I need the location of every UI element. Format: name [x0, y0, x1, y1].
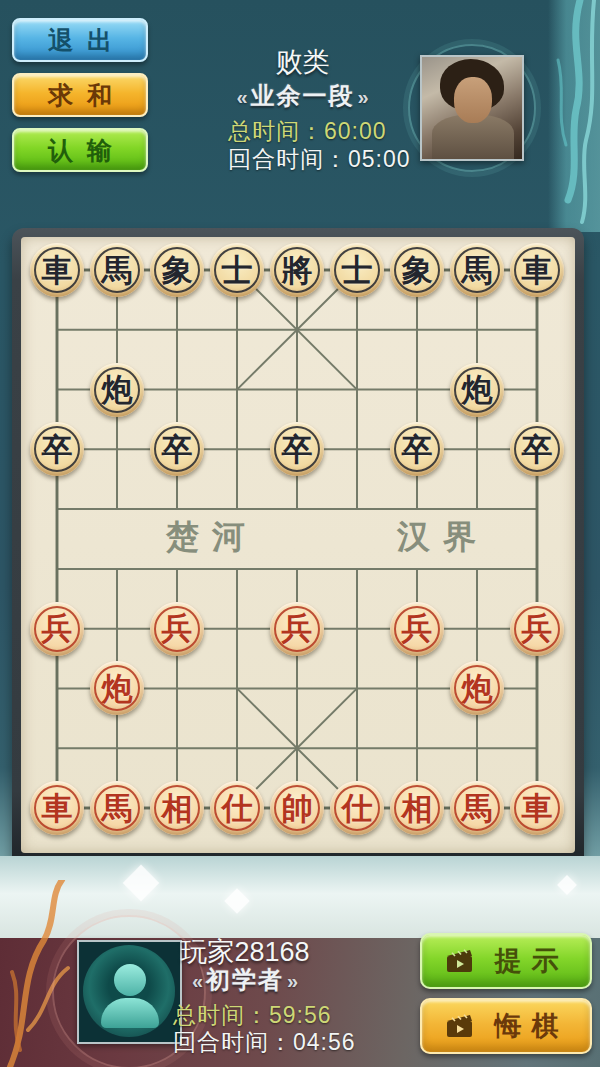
opponent-turn-time-value: 05:00: [348, 146, 411, 172]
piece-red-車[interactable]: 車: [510, 781, 564, 835]
piece-red-仕[interactable]: 仕: [330, 781, 384, 835]
player-turn-time-label: 回合时间：: [173, 1029, 293, 1055]
piece-black-卒[interactable]: 卒: [510, 422, 564, 476]
opponent-rank-label: 业余一段: [251, 82, 355, 109]
piece-black-士[interactable]: 士: [210, 243, 264, 297]
resign-button[interactable]: 认输: [12, 128, 148, 172]
badge-wreath-left: «: [236, 86, 247, 108]
piece-black-將[interactable]: 將: [270, 243, 324, 297]
clapper-icon: [444, 947, 476, 975]
badge-wreath-right: »: [287, 970, 298, 992]
resign-button-label: 认输: [48, 134, 126, 167]
flame-decoration: [528, 0, 600, 225]
opponent-avatar: [420, 55, 524, 161]
offer-draw-button-label: 求和: [48, 79, 126, 112]
piece-black-象[interactable]: 象: [150, 243, 204, 297]
piece-black-卒[interactable]: 卒: [30, 422, 84, 476]
badge-wreath-right: »: [358, 86, 369, 108]
player-turn-time-value: 04:56: [293, 1029, 356, 1055]
piece-red-兵[interactable]: 兵: [150, 602, 204, 656]
piece-red-兵[interactable]: 兵: [270, 602, 324, 656]
player-rank-label: 初学者: [206, 966, 284, 993]
piece-black-卒[interactable]: 卒: [270, 422, 324, 476]
exit-button-label: 退出: [48, 24, 126, 57]
piece-black-士[interactable]: 士: [330, 243, 384, 297]
hint-button-label: 提示: [485, 943, 569, 979]
piece-red-兵[interactable]: 兵: [30, 602, 84, 656]
badge-wreath-left: «: [192, 970, 203, 992]
xiangqi-board[interactable]: 楚河 汉界 車馬象士將士象馬車炮炮卒卒卒卒卒兵兵兵兵兵炮炮車馬相仕帥仕相馬車: [21, 237, 575, 853]
player-turn-time: 回合时间：04:56: [173, 1027, 356, 1058]
piece-red-兵[interactable]: 兵: [510, 602, 564, 656]
piece-black-馬[interactable]: 馬: [450, 243, 504, 297]
piece-black-象[interactable]: 象: [390, 243, 444, 297]
board-frame: 楚河 汉界 車馬象士將士象馬車炮炮卒卒卒卒卒兵兵兵兵兵炮炮車馬相仕帥仕相馬車: [12, 228, 584, 868]
piece-red-仕[interactable]: 仕: [210, 781, 264, 835]
undo-move-button-label: 悔棋: [485, 1008, 569, 1044]
hint-button[interactable]: 提示: [420, 933, 592, 989]
crystal-decoration: [224, 888, 249, 913]
piece-red-相[interactable]: 相: [390, 781, 444, 835]
piece-black-卒[interactable]: 卒: [150, 422, 204, 476]
piece-black-車[interactable]: 車: [30, 243, 84, 297]
opponent-total-time-label: 总时间：: [228, 118, 324, 144]
portrait-face: [454, 77, 492, 123]
clapper-icon: [444, 1012, 476, 1040]
opponent-name: 败类: [190, 44, 415, 80]
piece-red-車[interactable]: 車: [30, 781, 84, 835]
piece-red-兵[interactable]: 兵: [390, 602, 444, 656]
pieces-layer: 車馬象士將士象馬車炮炮卒卒卒卒卒兵兵兵兵兵炮炮車馬相仕帥仕相馬車: [21, 237, 575, 853]
crystal-decoration: [557, 875, 577, 895]
offer-draw-button[interactable]: 求和: [12, 73, 148, 117]
piece-black-車[interactable]: 車: [510, 243, 564, 297]
player-rank-badge: «初学者»: [130, 964, 360, 996]
piece-black-馬[interactable]: 馬: [90, 243, 144, 297]
piece-black-卒[interactable]: 卒: [390, 422, 444, 476]
player-total-time-value: 59:56: [269, 1002, 332, 1028]
piece-red-帥[interactable]: 帥: [270, 781, 324, 835]
piece-red-相[interactable]: 相: [150, 781, 204, 835]
piece-red-炮[interactable]: 炮: [90, 661, 144, 715]
piece-black-炮[interactable]: 炮: [450, 363, 504, 417]
piece-red-馬[interactable]: 馬: [90, 781, 144, 835]
player-total-time-label: 总时间：: [173, 1002, 269, 1028]
opponent-turn-time-label: 回合时间：: [228, 146, 348, 172]
opponent-total-time-value: 60:00: [324, 118, 387, 144]
piece-red-馬[interactable]: 馬: [450, 781, 504, 835]
piece-red-炮[interactable]: 炮: [450, 661, 504, 715]
opponent-turn-time: 回合时间：05:00: [228, 144, 411, 175]
opponent-total-time: 总时间：60:00: [228, 116, 387, 147]
undo-move-button[interactable]: 悔棋: [420, 998, 592, 1054]
piece-black-炮[interactable]: 炮: [90, 363, 144, 417]
exit-button[interactable]: 退出: [12, 18, 148, 62]
game-screen: 退出 求和 认输 败类 «业余一段» 总时间：60:00 回合时间：05:00: [0, 0, 600, 1067]
opponent-rank-badge: «业余一段»: [190, 80, 415, 112]
